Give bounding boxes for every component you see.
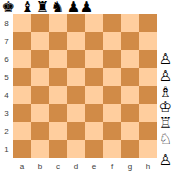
spare-white-pawn[interactable]: ♙ — [157, 68, 174, 84]
square-f7[interactable] — [103, 32, 121, 50]
square-h2[interactable] — [139, 122, 157, 140]
square-e4[interactable] — [85, 86, 103, 104]
rank-label-8: 8 — [0, 14, 13, 32]
file-label-e: e — [85, 159, 103, 173]
spare-black-pawn[interactable]: ♟ — [78, 0, 95, 15]
square-g1[interactable] — [121, 140, 139, 158]
rank-label-6: 6 — [0, 50, 13, 68]
square-b3[interactable] — [31, 104, 49, 122]
file-label-a: a — [13, 159, 31, 173]
square-h8[interactable] — [139, 14, 157, 32]
square-f1[interactable] — [103, 140, 121, 158]
rank-label-1: 1 — [0, 140, 13, 158]
rank-label-5: 5 — [0, 68, 13, 86]
square-h5[interactable] — [139, 68, 157, 86]
square-c8[interactable] — [49, 14, 67, 32]
square-h7[interactable] — [139, 32, 157, 50]
square-b5[interactable] — [31, 68, 49, 86]
spare-white-knight[interactable]: ♘ — [157, 131, 174, 147]
rank-label-3: 3 — [0, 104, 13, 122]
file-label-g: g — [121, 159, 139, 173]
rank-label-7: 7 — [0, 32, 13, 50]
square-c6[interactable] — [49, 50, 67, 68]
square-g8[interactable] — [121, 14, 139, 32]
square-g3[interactable] — [121, 104, 139, 122]
spare-white-king[interactable]: ♔ — [157, 99, 174, 115]
file-label-d: d — [67, 159, 85, 173]
square-a1[interactable] — [13, 140, 31, 158]
square-g7[interactable] — [121, 32, 139, 50]
square-a4[interactable] — [13, 86, 31, 104]
square-d5[interactable] — [67, 68, 85, 86]
square-c4[interactable] — [49, 86, 67, 104]
square-c5[interactable] — [49, 68, 67, 86]
spare-black-knight[interactable]: ♞ — [49, 0, 66, 15]
rank-labels: 87654321 — [0, 14, 13, 158]
square-h4[interactable] — [139, 86, 157, 104]
square-h6[interactable] — [139, 50, 157, 68]
square-a7[interactable] — [13, 32, 31, 50]
chess-board-editor: 87654321 abcdefgh ♚♝♜♞♟♟ ♙♙♗♔♖♘♙ — [0, 0, 175, 175]
spare-black-king[interactable]: ♚ — [0, 0, 17, 15]
square-f3[interactable] — [103, 104, 121, 122]
square-f4[interactable] — [103, 86, 121, 104]
square-d1[interactable] — [67, 140, 85, 158]
square-b4[interactable] — [31, 86, 49, 104]
square-c1[interactable] — [49, 140, 67, 158]
square-c7[interactable] — [49, 32, 67, 50]
square-b2[interactable] — [31, 122, 49, 140]
square-d6[interactable] — [67, 50, 85, 68]
rank-label-4: 4 — [0, 86, 13, 104]
square-f2[interactable] — [103, 122, 121, 140]
square-f5[interactable] — [103, 68, 121, 86]
file-label-h: h — [139, 159, 157, 173]
square-g4[interactable] — [121, 86, 139, 104]
square-a2[interactable] — [13, 122, 31, 140]
spare-white-pawn[interactable]: ♙ — [157, 51, 174, 67]
square-d8[interactable] — [67, 14, 85, 32]
square-d4[interactable] — [67, 86, 85, 104]
square-c2[interactable] — [49, 122, 67, 140]
square-e7[interactable] — [85, 32, 103, 50]
square-e8[interactable] — [85, 14, 103, 32]
square-f8[interactable] — [103, 14, 121, 32]
square-e3[interactable] — [85, 104, 103, 122]
square-e6[interactable] — [85, 50, 103, 68]
square-d3[interactable] — [67, 104, 85, 122]
square-g6[interactable] — [121, 50, 139, 68]
square-a5[interactable] — [13, 68, 31, 86]
square-e1[interactable] — [85, 140, 103, 158]
square-b8[interactable] — [31, 14, 49, 32]
square-d2[interactable] — [67, 122, 85, 140]
square-a3[interactable] — [13, 104, 31, 122]
square-d7[interactable] — [67, 32, 85, 50]
file-labels: abcdefgh — [13, 159, 157, 173]
square-g5[interactable] — [121, 68, 139, 86]
file-label-b: b — [31, 159, 49, 173]
square-h3[interactable] — [139, 104, 157, 122]
file-label-f: f — [103, 159, 121, 173]
rank-label-2: 2 — [0, 122, 13, 140]
square-e2[interactable] — [85, 122, 103, 140]
square-c3[interactable] — [49, 104, 67, 122]
spare-white-rook[interactable]: ♖ — [157, 115, 174, 131]
square-e5[interactable] — [85, 68, 103, 86]
square-a8[interactable] — [13, 14, 31, 32]
square-b7[interactable] — [31, 32, 49, 50]
square-h1[interactable] — [139, 140, 157, 158]
spare-white-pawn[interactable]: ♙ — [157, 152, 174, 168]
square-b6[interactable] — [31, 50, 49, 68]
square-f6[interactable] — [103, 50, 121, 68]
file-label-c: c — [49, 159, 67, 173]
chess-board — [13, 14, 157, 158]
square-g2[interactable] — [121, 122, 139, 140]
square-b1[interactable] — [31, 140, 49, 158]
square-a6[interactable] — [13, 50, 31, 68]
